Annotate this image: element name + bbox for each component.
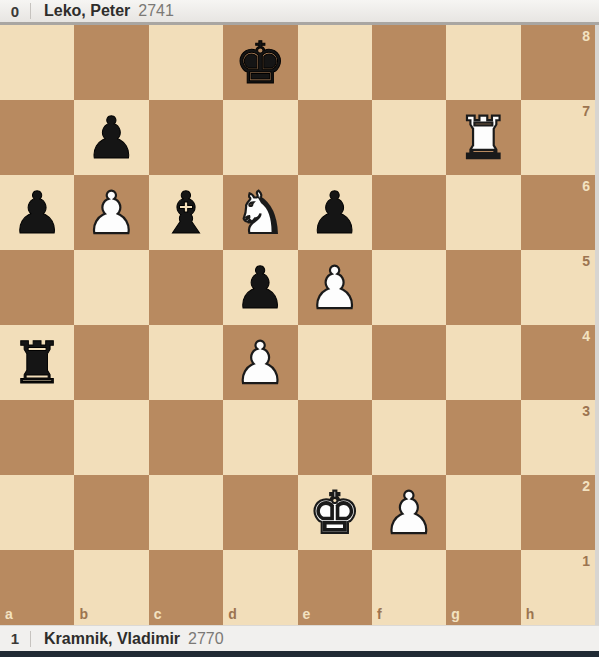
square-d5[interactable]: ♟ bbox=[223, 250, 297, 325]
bottom-border-strip bbox=[0, 651, 599, 657]
rank-label-7: 7 bbox=[582, 104, 590, 118]
square-g8[interactable] bbox=[446, 25, 520, 100]
piece-white-pawn[interactable]: ♟ bbox=[223, 325, 297, 400]
file-label-f: f bbox=[377, 607, 382, 621]
square-h3[interactable]: 3 bbox=[521, 400, 595, 475]
square-a2[interactable] bbox=[0, 475, 74, 550]
square-f6[interactable] bbox=[372, 175, 446, 250]
top-player-index: 0 bbox=[0, 3, 30, 20]
square-d7[interactable] bbox=[223, 100, 297, 175]
square-h8[interactable]: 8 bbox=[521, 25, 595, 100]
piece-black-bishop[interactable]: ♝ bbox=[149, 175, 223, 250]
square-h4[interactable]: 4 bbox=[521, 325, 595, 400]
bottom-bar-divider bbox=[30, 631, 31, 647]
square-b8[interactable] bbox=[74, 25, 148, 100]
square-f4[interactable] bbox=[372, 325, 446, 400]
square-g4[interactable] bbox=[446, 325, 520, 400]
piece-white-rook[interactable]: ♜ bbox=[446, 100, 520, 175]
square-h7[interactable]: 7 bbox=[521, 100, 595, 175]
square-a1[interactable]: a bbox=[0, 550, 74, 625]
square-e6[interactable]: ♟ bbox=[298, 175, 372, 250]
square-h5[interactable]: 5 bbox=[521, 250, 595, 325]
square-c3[interactable] bbox=[149, 400, 223, 475]
square-c7[interactable] bbox=[149, 100, 223, 175]
piece-black-king[interactable]: ♚ bbox=[223, 25, 297, 100]
bottom-player-name: Kramnik, Vladimir bbox=[44, 630, 180, 648]
square-b4[interactable] bbox=[74, 325, 148, 400]
square-c5[interactable] bbox=[149, 250, 223, 325]
square-e3[interactable] bbox=[298, 400, 372, 475]
file-label-g: g bbox=[451, 607, 460, 621]
square-h2[interactable]: 2 bbox=[521, 475, 595, 550]
rank-label-4: 4 bbox=[582, 329, 590, 343]
square-f2[interactable]: ♟ bbox=[372, 475, 446, 550]
rank-label-8: 8 bbox=[582, 29, 590, 43]
file-label-d: d bbox=[228, 607, 237, 621]
square-f7[interactable] bbox=[372, 100, 446, 175]
piece-black-rook[interactable]: ♜ bbox=[0, 325, 74, 400]
square-h1[interactable]: 1h bbox=[521, 550, 595, 625]
square-d3[interactable] bbox=[223, 400, 297, 475]
square-a8[interactable] bbox=[0, 25, 74, 100]
top-bar-divider bbox=[30, 3, 31, 19]
rank-label-3: 3 bbox=[582, 404, 590, 418]
piece-black-pawn[interactable]: ♟ bbox=[74, 100, 148, 175]
board-edge-strip bbox=[595, 25, 599, 625]
piece-white-knight[interactable]: ♞ bbox=[223, 175, 297, 250]
square-b5[interactable] bbox=[74, 250, 148, 325]
square-g3[interactable] bbox=[446, 400, 520, 475]
square-g5[interactable] bbox=[446, 250, 520, 325]
piece-white-king[interactable]: ♚ bbox=[298, 475, 372, 550]
square-c8[interactable] bbox=[149, 25, 223, 100]
square-a6[interactable]: ♟ bbox=[0, 175, 74, 250]
square-b3[interactable] bbox=[74, 400, 148, 475]
square-f8[interactable] bbox=[372, 25, 446, 100]
square-a5[interactable] bbox=[0, 250, 74, 325]
file-label-h: h bbox=[526, 607, 535, 621]
square-b1[interactable]: b bbox=[74, 550, 148, 625]
rank-label-5: 5 bbox=[582, 254, 590, 268]
rank-label-6: 6 bbox=[582, 179, 590, 193]
file-label-a: a bbox=[5, 607, 13, 621]
square-c6[interactable]: ♝ bbox=[149, 175, 223, 250]
square-d1[interactable]: d bbox=[223, 550, 297, 625]
square-g7[interactable]: ♜ bbox=[446, 100, 520, 175]
bottom-player-index: 1 bbox=[0, 630, 30, 647]
chess-board[interactable]: ♚8♟♜7♟♟♝♞♟6♟♟5♜♟43♚♟2abcdefg1h bbox=[0, 25, 595, 625]
square-a4[interactable]: ♜ bbox=[0, 325, 74, 400]
square-b6[interactable]: ♟ bbox=[74, 175, 148, 250]
square-c4[interactable] bbox=[149, 325, 223, 400]
bottom-player-rating: 2770 bbox=[188, 630, 224, 648]
square-c1[interactable]: c bbox=[149, 550, 223, 625]
rank-label-1: 1 bbox=[582, 554, 590, 568]
square-d8[interactable]: ♚ bbox=[223, 25, 297, 100]
square-c2[interactable] bbox=[149, 475, 223, 550]
piece-white-pawn[interactable]: ♟ bbox=[298, 250, 372, 325]
square-f1[interactable]: f bbox=[372, 550, 446, 625]
top-player-bar: 0 Leko, Peter 2741 bbox=[0, 0, 599, 25]
square-f3[interactable] bbox=[372, 400, 446, 475]
file-label-e: e bbox=[303, 607, 311, 621]
file-label-c: c bbox=[154, 607, 162, 621]
square-f5[interactable] bbox=[372, 250, 446, 325]
piece-black-pawn[interactable]: ♟ bbox=[0, 175, 74, 250]
square-b2[interactable] bbox=[74, 475, 148, 550]
square-e4[interactable] bbox=[298, 325, 372, 400]
square-d6[interactable]: ♞ bbox=[223, 175, 297, 250]
square-e2[interactable]: ♚ bbox=[298, 475, 372, 550]
square-a3[interactable] bbox=[0, 400, 74, 475]
square-e8[interactable] bbox=[298, 25, 372, 100]
square-g1[interactable]: g bbox=[446, 550, 520, 625]
square-g2[interactable] bbox=[446, 475, 520, 550]
square-b7[interactable]: ♟ bbox=[74, 100, 148, 175]
square-h6[interactable]: 6 bbox=[521, 175, 595, 250]
file-label-b: b bbox=[79, 607, 88, 621]
bottom-player-bar: 1 Kramnik, Vladimir 2770 bbox=[0, 625, 599, 651]
square-e7[interactable] bbox=[298, 100, 372, 175]
piece-white-pawn[interactable]: ♟ bbox=[74, 175, 148, 250]
square-e1[interactable]: e bbox=[298, 550, 372, 625]
rank-label-2: 2 bbox=[582, 479, 590, 493]
chess-app-window: 0 Leko, Peter 2741 ♚8♟♜7♟♟♝♞♟6♟♟5♜♟43♚♟2… bbox=[0, 0, 599, 657]
piece-black-pawn[interactable]: ♟ bbox=[298, 175, 372, 250]
square-d4[interactable]: ♟ bbox=[223, 325, 297, 400]
square-g6[interactable] bbox=[446, 175, 520, 250]
board-area: ♚8♟♜7♟♟♝♞♟6♟♟5♜♟43♚♟2abcdefg1h bbox=[0, 25, 599, 625]
piece-white-pawn[interactable]: ♟ bbox=[372, 475, 446, 550]
square-d2[interactable] bbox=[223, 475, 297, 550]
top-player-name: Leko, Peter bbox=[44, 2, 130, 20]
square-e5[interactable]: ♟ bbox=[298, 250, 372, 325]
top-player-rating: 2741 bbox=[138, 2, 174, 20]
piece-black-pawn[interactable]: ♟ bbox=[223, 250, 297, 325]
square-a7[interactable] bbox=[0, 100, 74, 175]
